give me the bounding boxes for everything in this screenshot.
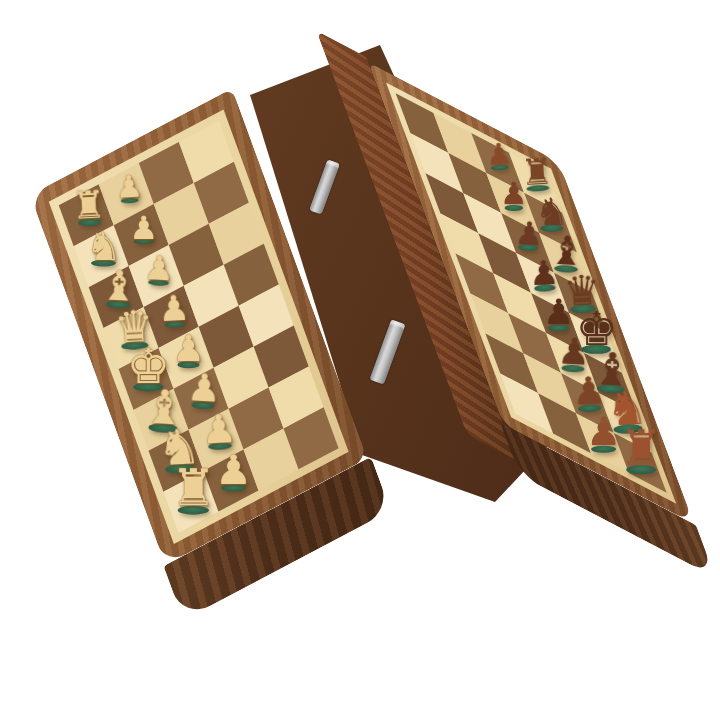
chess-set-photo: folding magnetic wooden travel chess set…: [0, 0, 720, 720]
